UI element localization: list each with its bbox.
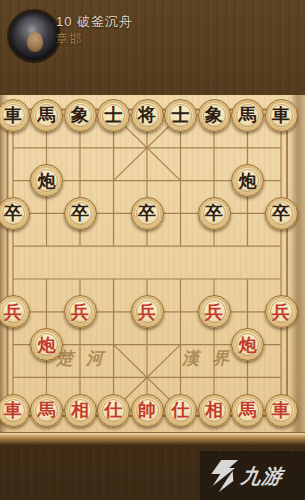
piece-black-cannon[interactable]: 炮 <box>30 164 63 197</box>
piece-red-soldier[interactable]: 兵 <box>198 295 231 328</box>
piece-black-cannon[interactable]: 炮 <box>231 164 264 197</box>
piece-black-horse[interactable]: 馬 <box>231 99 264 132</box>
piece-red-elephant[interactable]: 相 <box>198 394 231 427</box>
game-screen: 10 破釜沉舟 章邯 楚河 漢界 車馬象士将士象馬車炮炮卒卒卒卒卒兵兵兵兵兵炮炮… <box>0 0 305 500</box>
watermark-inner: 九游 <box>208 459 286 493</box>
piece-red-horse[interactable]: 馬 <box>30 394 63 427</box>
piece-red-general[interactable]: 帥 <box>131 394 164 427</box>
piece-black-elephant[interactable]: 象 <box>198 99 231 132</box>
piece-red-soldier[interactable]: 兵 <box>64 295 97 328</box>
level-title: 10 破釜沉舟 <box>56 13 133 31</box>
piece-black-elephant[interactable]: 象 <box>64 99 97 132</box>
piece-red-chariot[interactable]: 車 <box>0 394 30 427</box>
watermark: 九游 <box>200 451 305 500</box>
piece-black-general[interactable]: 将 <box>131 99 164 132</box>
board-edge-bottom <box>0 432 305 445</box>
piece-black-soldier[interactable]: 卒 <box>265 197 298 230</box>
piece-black-soldier[interactable]: 卒 <box>0 197 30 230</box>
piece-red-elephant[interactable]: 相 <box>64 394 97 427</box>
watermark-text: 九游 <box>239 462 285 489</box>
piece-red-cannon[interactable]: 炮 <box>30 328 63 361</box>
piece-red-chariot[interactable]: 車 <box>265 394 298 427</box>
piece-black-horse[interactable]: 馬 <box>30 99 63 132</box>
piece-red-advisor[interactable]: 仕 <box>164 394 197 427</box>
piece-black-advisor[interactable]: 士 <box>164 99 197 132</box>
opponent-name: 章邯 <box>56 31 82 48</box>
opponent-avatar[interactable] <box>8 10 60 62</box>
xiangqi-board[interactable]: 楚河 漢界 車馬象士将士象馬車炮炮卒卒卒卒卒兵兵兵兵兵炮炮車馬相仕帥仕相馬車 <box>0 95 305 445</box>
match-header: 10 破釜沉舟 章邯 <box>0 0 305 95</box>
piece-red-advisor[interactable]: 仕 <box>97 394 130 427</box>
piece-red-horse[interactable]: 馬 <box>231 394 264 427</box>
piece-black-chariot[interactable]: 車 <box>265 99 298 132</box>
piece-red-soldier[interactable]: 兵 <box>131 295 164 328</box>
piece-black-soldier[interactable]: 卒 <box>198 197 231 230</box>
piece-black-advisor[interactable]: 士 <box>97 99 130 132</box>
piece-black-chariot[interactable]: 車 <box>0 99 30 132</box>
piece-black-soldier[interactable]: 卒 <box>64 197 97 230</box>
9game-logo-icon <box>208 459 240 493</box>
piece-black-soldier[interactable]: 卒 <box>131 197 164 230</box>
piece-red-soldier[interactable]: 兵 <box>265 295 298 328</box>
piece-red-cannon[interactable]: 炮 <box>231 328 264 361</box>
